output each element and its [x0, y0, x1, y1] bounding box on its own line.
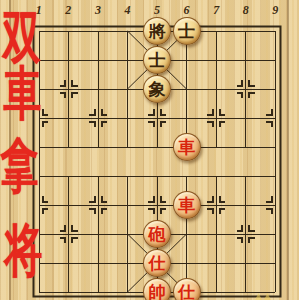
piece-red-advisor[interactable]: 仕	[143, 249, 171, 277]
piece-black-elephant[interactable]: 象	[143, 75, 171, 103]
piece-red-general[interactable]: 帥	[143, 278, 171, 300]
watermark-mark	[255, 293, 273, 300]
piece-red-chariot[interactable]: 車	[173, 191, 201, 219]
board[interactable]: 將士士象車車砲仕帥仕	[24, 17, 290, 300]
xiangqi-board-screen: 123456789 將士士象車車砲仕帥仕 双車拿将	[0, 0, 299, 300]
piece-black-general[interactable]: 將	[143, 17, 171, 45]
piece-black-advisor[interactable]: 士	[143, 46, 171, 74]
piece-red-cannon[interactable]: 砲	[143, 220, 171, 248]
piece-red-advisor[interactable]: 仕	[173, 278, 201, 300]
piece-red-chariot[interactable]: 車	[173, 133, 201, 161]
piece-black-advisor[interactable]: 士	[173, 17, 201, 45]
